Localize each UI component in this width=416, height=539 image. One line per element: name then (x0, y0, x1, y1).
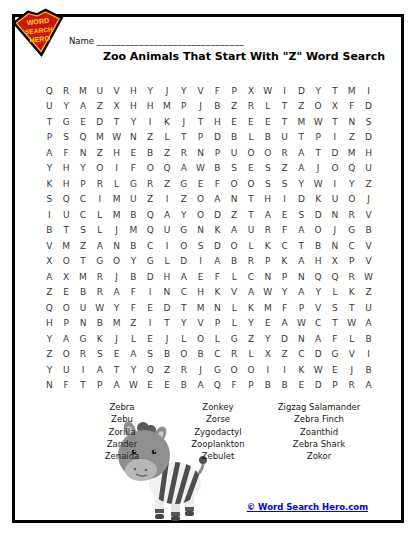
grid-cell-r5c10: N (192, 145, 209, 161)
grid-cell-r15c8: D (159, 300, 176, 316)
grid-cell-r15c14: M (259, 300, 276, 316)
grid-cell-r10c19: G (343, 223, 360, 239)
grid-cell-r3c13: E (243, 114, 260, 130)
grid-cell-r15c17: V (310, 300, 327, 316)
grid-cell-r3c18: T (327, 114, 344, 130)
grid-cell-r17c3: G (75, 331, 92, 347)
grid-cell-r9c9: Y (175, 207, 192, 223)
grid-cell-r6c3: Y (75, 161, 92, 177)
grid-cell-r5c15: R (276, 145, 293, 161)
grid-cell-r7c3: P (75, 176, 92, 192)
grid-cell-r1c20: I (360, 83, 377, 99)
grid-cell-r9c5: M (108, 207, 125, 223)
grid-cell-r17c11: L (209, 331, 226, 347)
grid-cell-r8c18: U (327, 192, 344, 208)
grid-cell-r14c4: R (91, 285, 108, 301)
grid-cell-r2c5: X (108, 99, 125, 115)
grid-cell-r1c14: W (259, 83, 276, 99)
grid-cell-r1c12: P (226, 83, 243, 99)
grid-cell-r6c8: Q (159, 161, 176, 177)
grid-cell-r18c3: R (75, 347, 92, 363)
grid-cell-r19c8: Z (159, 362, 176, 378)
grid-cell-r9c7: Q (142, 207, 159, 223)
grid-cell-r1c10: V (192, 83, 209, 99)
grid-cell-r17c18: F (327, 331, 344, 347)
grid-cell-r7c4: R (91, 176, 108, 192)
grid-cell-r8c13: T (243, 192, 260, 208)
word-search-hero-credit-link[interactable]: © Word Search Hero.com (240, 502, 368, 512)
grid-cell-r9c20: V (360, 207, 377, 223)
grid-cell-r4c17: P (310, 130, 327, 146)
grid-cell-r1c16: D (293, 83, 310, 99)
grid-cell-r11c14: K (259, 238, 276, 254)
grid-cell-r16c8: T (159, 316, 176, 332)
grid-cell-r20c20: A (360, 378, 377, 394)
grid-cell-r5c8: Z (159, 145, 176, 161)
word-list-column-1: ZebraZebuZorillaZanderZenaida (74, 401, 170, 463)
grid-cell-r10c9: G (175, 223, 192, 239)
grid-cell-r5c12: U (226, 145, 243, 161)
grid-cell-r4c14: B (259, 130, 276, 146)
grid-cell-r19c13: O (243, 362, 260, 378)
grid-cell-r6c20: U (360, 161, 377, 177)
grid-cell-r7c11: F (209, 176, 226, 192)
grid-cell-r11c2: M (58, 238, 75, 254)
grid-cell-r18c2: O (58, 347, 75, 363)
grid-cell-r16c4: B (91, 316, 108, 332)
grid-cell-r4c4: M (91, 130, 108, 146)
grid-cell-r11c13: L (243, 238, 260, 254)
word-list-item: Zebulet (168, 450, 268, 462)
grid-cell-r16c17: C (310, 316, 327, 332)
grid-cell-r2c13: R (243, 99, 260, 115)
grid-cell-r13c13: C (243, 269, 260, 285)
grid-cell-r3c9: J (175, 114, 192, 130)
grid-cell-r12c9: D (175, 254, 192, 270)
grid-cell-r19c9: R (175, 362, 192, 378)
grid-cell-r10c8: U (159, 223, 176, 239)
grid-cell-r9c3: C (75, 207, 92, 223)
word-list-item: Zebra (74, 401, 170, 413)
grid-cell-r5c1: A (41, 145, 58, 161)
grid-cell-r19c5: T (108, 362, 125, 378)
grid-cell-r18c20: I (360, 347, 377, 363)
grid-cell-r17c5: J (108, 331, 125, 347)
grid-cell-r4c3: Q (75, 130, 92, 146)
grid-cell-r10c15: F (276, 223, 293, 239)
grid-cell-r13c6: B (125, 269, 142, 285)
word-list-item: Zooplankton (168, 438, 268, 450)
grid-cell-r9c18: N (327, 207, 344, 223)
grid-cell-r15c3: U (75, 300, 92, 316)
grid-cell-r4c5: W (108, 130, 125, 146)
grid-cell-r8c11: A (209, 192, 226, 208)
grid-cell-r20c4: P (91, 378, 108, 394)
grid-cell-r8c12: N (226, 192, 243, 208)
grid-cell-r1c19: M (343, 83, 360, 99)
grid-cell-r19c4: A (91, 362, 108, 378)
grid-cell-r8c5: M (108, 192, 125, 208)
grid-cell-r6c18: O (327, 161, 344, 177)
grid-cell-r10c4: L (91, 223, 108, 239)
grid-cell-r19c10: J (192, 362, 209, 378)
grid-cell-r2c10: J (192, 99, 209, 115)
grid-cell-r5c2: F (58, 145, 75, 161)
grid-cell-r14c14: W (259, 285, 276, 301)
grid-cell-r8c19: O (343, 192, 360, 208)
grid-cell-r10c3: S (75, 223, 92, 239)
grid-cell-r7c20: Z (360, 176, 377, 192)
grid-cell-r3c7: I (142, 114, 159, 130)
grid-cell-r2c20: D (360, 99, 377, 115)
grid-cell-r4c18: I (327, 130, 344, 146)
grid-cell-r1c2: R (58, 83, 75, 99)
grid-cell-r9c16: S (293, 207, 310, 223)
grid-cell-r2c15: T (276, 99, 293, 115)
grid-cell-r13c7: D (142, 269, 159, 285)
grid-cell-r11c3: Z (75, 238, 92, 254)
grid-cell-r13c11: F (209, 269, 226, 285)
grid-cell-r7c17: W (310, 176, 327, 192)
grid-cell-r4c19: Z (343, 130, 360, 146)
grid-cell-r6c19: Q (343, 161, 360, 177)
grid-cell-r13c4: R (91, 269, 108, 285)
grid-cell-r5c20: H (360, 145, 377, 161)
grid-cell-r10c10: N (192, 223, 209, 239)
grid-cell-r10c12: A (226, 223, 243, 239)
grid-cell-r1c3: M (75, 83, 92, 99)
grid-cell-r14c10: H (192, 285, 209, 301)
grid-cell-r20c18: P (327, 378, 344, 394)
grid-cell-r16c19: W (343, 316, 360, 332)
grid-cell-r10c20: B (360, 223, 377, 239)
grid-cell-r19c15: I (276, 362, 293, 378)
grid-cell-r17c4: K (91, 331, 108, 347)
grid-cell-r8c8: I (159, 192, 176, 208)
grid-cell-r5c11: P (209, 145, 226, 161)
grid-cell-r5c7: B (142, 145, 159, 161)
grid-cell-r17c19: L (343, 331, 360, 347)
grid-cell-r11c16: T (293, 238, 310, 254)
grid-cell-r19c18: E (327, 362, 344, 378)
grid-cell-r14c16: A (293, 285, 310, 301)
grid-cell-r7c10: E (192, 176, 209, 192)
grid-cell-r16c12: L (226, 316, 243, 332)
grid-cell-r16c1: H (41, 316, 58, 332)
grid-cell-r20c16: E (293, 378, 310, 394)
grid-cell-r19c3: I (75, 362, 92, 378)
word-list-item: Zebra Shark (262, 438, 376, 450)
grid-cell-r2c19: F (343, 99, 360, 115)
grid-cell-r12c5: O (108, 254, 125, 270)
grid-cell-r4c8: L (159, 130, 176, 146)
grid-cell-r4c1: P (41, 130, 58, 146)
grid-cell-r9c19: R (343, 207, 360, 223)
grid-cell-r12c1: X (41, 254, 58, 270)
grid-cell-r7c14: S (259, 176, 276, 192)
grid-cell-r19c11: G (209, 362, 226, 378)
grid-cell-r19c14: I (259, 362, 276, 378)
grid-cell-r10c13: U (243, 223, 260, 239)
grid-cell-r19c20: B (360, 362, 377, 378)
grid-cell-r6c11: B (209, 161, 226, 177)
grid-cell-r16c5: M (108, 316, 125, 332)
grid-cell-r12c6: Y (125, 254, 142, 270)
grid-cell-r8c3: C (75, 192, 92, 208)
grid-cell-r15c20: U (360, 300, 377, 316)
grid-cell-r11c8: I (159, 238, 176, 254)
grid-cell-r6c2: H (58, 161, 75, 177)
grid-cell-r5c9: R (175, 145, 192, 161)
grid-cell-r3c17: W (310, 114, 327, 130)
grid-cell-r4c2: S (58, 130, 75, 146)
grid-cell-r15c7: E (142, 300, 159, 316)
grid-cell-r12c8: L (159, 254, 176, 270)
grid-cell-r6c1: Y (41, 161, 58, 177)
grid-cell-r12c2: O (58, 254, 75, 270)
grid-cell-r12c15: K (276, 254, 293, 270)
grid-cell-r5c14: O (259, 145, 276, 161)
grid-cell-r16c2: P (58, 316, 75, 332)
grid-cell-r13c5: J (108, 269, 125, 285)
puzzle-title: Zoo Animals That Start With "Z" Word Sea… (88, 50, 400, 63)
grid-cell-r9c4: L (91, 207, 108, 223)
grid-cell-r11c1: V (41, 238, 58, 254)
grid-cell-r13c19: R (343, 269, 360, 285)
grid-cell-r16c15: A (276, 316, 293, 332)
grid-cell-r7c13: O (243, 176, 260, 192)
word-list-column-2: ZonkeyZorseZygodactylZooplanktonZebulet (168, 401, 268, 463)
word-list-column-3: Zigzag SalamanderZebra FinchZoanthidZebr… (262, 401, 376, 463)
grid-cell-r6c5: I (108, 161, 125, 177)
grid-cell-r5c19: M (343, 145, 360, 161)
grid-cell-r2c14: L (259, 99, 276, 115)
grid-cell-r3c11: H (209, 114, 226, 130)
grid-cell-r7c9: G (175, 176, 192, 192)
grid-cell-r18c1: Z (41, 347, 58, 363)
grid-cell-r9c15: E (276, 207, 293, 223)
grid-cell-r1c5: V (108, 83, 125, 99)
grid-cell-r18c11: C (209, 347, 226, 363)
grid-cell-r13c20: W (360, 269, 377, 285)
grid-cell-r11c17: B (310, 238, 327, 254)
grid-cell-r14c9: C (175, 285, 192, 301)
grid-cell-r1c4: U (91, 83, 108, 99)
grid-cell-r20c5: A (108, 378, 125, 394)
grid-cell-r19c2: U (58, 362, 75, 378)
grid-cell-r2c8: M (159, 99, 176, 115)
word-list-item: Zander (74, 438, 170, 450)
grid-cell-r10c2: T (58, 223, 75, 239)
grid-cell-r14c20: Z (360, 285, 377, 301)
grid-cell-r18c13: L (243, 347, 260, 363)
grid-cell-r2c6: H (125, 99, 142, 115)
grid-cell-r7c12: O (226, 176, 243, 192)
grid-cell-r4c16: T (293, 130, 310, 146)
grid-cell-r14c12: V (226, 285, 243, 301)
name-label: Name (69, 36, 94, 46)
grid-cell-r11c7: C (142, 238, 159, 254)
grid-cell-r17c20: B (360, 331, 377, 347)
word-list-item: Zygodactyl (168, 426, 268, 438)
grid-cell-r20c12: F (226, 378, 243, 394)
grid-cell-r16c6: Z (125, 316, 142, 332)
grid-cell-r1c1: Q (41, 83, 58, 99)
grid-cell-r2c16: Z (293, 99, 310, 115)
grid-cell-r18c4: S (91, 347, 108, 363)
grid-cell-r16c16: W (293, 316, 310, 332)
grid-cell-r14c17: Y (310, 285, 327, 301)
grid-cell-r18c6: A (125, 347, 142, 363)
word-list-item: Zoanthid (262, 426, 376, 438)
grid-cell-r2c7: H (142, 99, 159, 115)
grid-cell-r16c9: Y (175, 316, 192, 332)
grid-cell-r20c7: E (142, 378, 159, 394)
grid-cell-r13c8: H (159, 269, 176, 285)
word-search-grid: QRMUVHYJYVFPXWIDYTMIUYAZXHHMPJBZRLTZOXFD… (41, 83, 377, 393)
grid-cell-r15c15: F (276, 300, 293, 316)
grid-cell-r17c15: D (276, 331, 293, 347)
grid-cell-r2c18: X (327, 99, 344, 115)
grid-cell-r1c11: F (209, 83, 226, 99)
grid-cell-r8c10: O (192, 192, 209, 208)
grid-cell-r19c19: J (343, 362, 360, 378)
grid-cell-r1c7: Y (142, 83, 159, 99)
grid-cell-r11c18: N (327, 238, 344, 254)
grid-cell-r3c4: D (91, 114, 108, 130)
grid-cell-r11c4: A (91, 238, 108, 254)
grid-cell-r16c11: P (209, 316, 226, 332)
grid-cell-r17c17: A (310, 331, 327, 347)
grid-cell-r17c13: Z (243, 331, 260, 347)
grid-cell-r5c6: E (125, 145, 142, 161)
grid-cell-r4c20: D (360, 130, 377, 146)
grid-cell-r17c14: Y (259, 331, 276, 347)
grid-cell-r8c4: I (91, 192, 108, 208)
grid-cell-r17c6: L (125, 331, 142, 347)
grid-cell-r17c2: A (58, 331, 75, 347)
grid-cell-r13c14: N (259, 269, 276, 285)
word-list-item: Zorilla (74, 426, 170, 438)
grid-cell-r5c5: H (108, 145, 125, 161)
grid-cell-r9c6: B (125, 207, 142, 223)
grid-cell-r2c9: P (175, 99, 192, 115)
grid-cell-r11c11: D (209, 238, 226, 254)
grid-cell-r16c13: Y (243, 316, 260, 332)
grid-cell-r3c3: E (75, 114, 92, 130)
grid-cell-r14c13: A (243, 285, 260, 301)
grid-cell-r18c8: B (159, 347, 176, 363)
grid-cell-r9c2: U (58, 207, 75, 223)
grid-cell-r13c18: Q (327, 269, 344, 285)
grid-cell-r8c1: S (41, 192, 58, 208)
grid-cell-r3c2: G (58, 114, 75, 130)
grid-cell-r6c12: S (226, 161, 243, 177)
grid-cell-r4c10: P (192, 130, 209, 146)
grid-cell-r14c5: A (108, 285, 125, 301)
grid-cell-r12c7: G (142, 254, 159, 270)
grid-cell-r17c10: O (192, 331, 209, 347)
grid-cell-r8c7: Z (142, 192, 159, 208)
grid-cell-r12c18: X (327, 254, 344, 270)
grid-cell-r6c10: W (192, 161, 209, 177)
grid-cell-r4c12: B (226, 130, 243, 146)
grid-cell-r18c19: V (343, 347, 360, 363)
grid-cell-r18c15: Z (276, 347, 293, 363)
grid-cell-r2c11: B (209, 99, 226, 115)
grid-cell-r20c8: E (159, 378, 176, 394)
grid-cell-r7c8: Z (159, 176, 176, 192)
grid-cell-r13c15: P (276, 269, 293, 285)
grid-cell-r3c19: N (343, 114, 360, 130)
grid-cell-r13c17: Q (310, 269, 327, 285)
grid-cell-r20c1: N (41, 378, 58, 394)
grid-cell-r15c2: O (58, 300, 75, 316)
grid-cell-r1c8: J (159, 83, 176, 99)
grid-cell-r3c14: E (259, 114, 276, 130)
grid-cell-r13c10: E (192, 269, 209, 285)
grid-cell-r18c16: C (293, 347, 310, 363)
grid-cell-r1c9: Y (175, 83, 192, 99)
grid-cell-r17c16: N (293, 331, 310, 347)
grid-cell-r7c18: I (327, 176, 344, 192)
grid-cell-r2c4: Z (91, 99, 108, 115)
grid-cell-r12c16: A (293, 254, 310, 270)
grid-cell-r18c5: E (108, 347, 125, 363)
grid-cell-r9c8: A (159, 207, 176, 223)
word-list-item: Zebu (74, 413, 170, 425)
grid-cell-r7c1: K (41, 176, 58, 192)
grid-cell-r20c13: P (243, 378, 260, 394)
grid-cell-r20c10: A (192, 378, 209, 394)
grid-cell-r14c2: E (58, 285, 75, 301)
word-search-hero-logo: WORD SEARCH HERO (10, 4, 69, 59)
grid-cell-r5c18: D (327, 145, 344, 161)
grid-cell-r17c7: E (142, 331, 159, 347)
grid-cell-r17c9: L (175, 331, 192, 347)
grid-cell-r12c17: H (310, 254, 327, 270)
grid-cell-r13c2: X (58, 269, 75, 285)
grid-cell-r17c1: Y (41, 331, 58, 347)
grid-cell-r3c15: T (276, 114, 293, 130)
grid-cell-r18c9: O (175, 347, 192, 363)
word-list-item: Zenaida (74, 450, 170, 462)
grid-cell-r15c16: P (293, 300, 310, 316)
word-list-item: Zorse (168, 413, 268, 425)
grid-cell-r15c1: Q (41, 300, 58, 316)
grid-cell-r15c13: K (243, 300, 260, 316)
grid-cell-r14c1: Z (41, 285, 58, 301)
grid-cell-r3c10: T (192, 114, 209, 130)
grid-cell-r19c12: O (226, 362, 243, 378)
grid-cell-r15c19: T (343, 300, 360, 316)
grid-cell-r13c12: L (226, 269, 243, 285)
grid-cell-r20c14: B (259, 378, 276, 394)
grid-cell-r20c2: F (58, 378, 75, 394)
grid-cell-r7c2: H (58, 176, 75, 192)
grid-cell-r9c13: T (243, 207, 260, 223)
grid-cell-r3c5: T (108, 114, 125, 130)
grid-cell-r16c7: I (142, 316, 159, 332)
grid-cell-r11c20: V (360, 238, 377, 254)
grid-cell-r10c6: M (125, 223, 142, 239)
grid-cell-r4c15: U (276, 130, 293, 146)
grid-cell-r12c14: P (259, 254, 276, 270)
grid-cell-r14c6: F (125, 285, 142, 301)
grid-cell-r14c15: Y (276, 285, 293, 301)
grid-cell-r18c12: R (226, 347, 243, 363)
grid-cell-r3c12: E (226, 114, 243, 130)
